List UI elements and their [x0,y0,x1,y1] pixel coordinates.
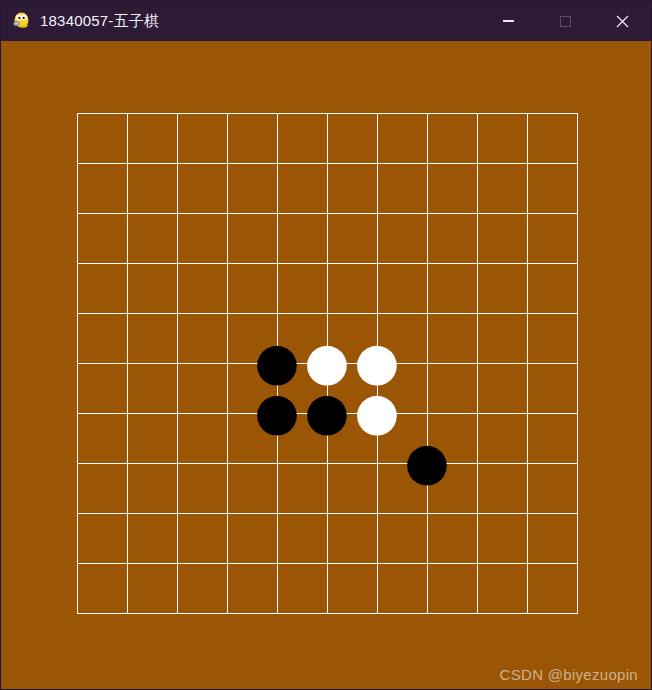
gomoku-board: ●●●●●●● CSDN @biyezuopin [1,41,651,689]
board-cell[interactable] [127,513,177,563]
board-cell[interactable] [177,563,227,613]
board-cell[interactable] [77,163,127,213]
board-cell[interactable] [227,513,277,563]
board-cell[interactable] [177,363,227,413]
board-cell[interactable] [277,363,327,413]
board-grid [77,113,578,614]
board-cell[interactable] [177,113,227,163]
board-cell[interactable] [377,363,427,413]
board-cell[interactable] [177,313,227,363]
board-cell[interactable] [527,313,577,363]
board-cell[interactable] [277,413,327,463]
board-cell[interactable] [527,163,577,213]
app-window: 18340057-五子棋 ●●●●●●● CSDN @biyezuopin [0,0,652,690]
board-cell[interactable] [427,263,477,313]
board-cell[interactable] [227,163,277,213]
board-cell[interactable] [527,213,577,263]
board-cell[interactable] [127,463,177,513]
board-cell[interactable] [527,113,577,163]
board-cell[interactable] [77,563,127,613]
board-cell[interactable] [527,513,577,563]
board-cell[interactable] [477,563,527,613]
board-cell[interactable] [377,113,427,163]
board-cell[interactable] [177,463,227,513]
window-controls [480,1,651,41]
board-cell[interactable] [77,513,127,563]
board-cell[interactable] [127,563,177,613]
board-cell[interactable] [127,113,177,163]
board-cell[interactable] [377,513,427,563]
board-cell[interactable] [427,413,477,463]
board-cell[interactable] [127,313,177,363]
board-cell[interactable] [377,463,427,513]
board-cell[interactable] [277,113,327,163]
maximize-button[interactable] [537,1,594,41]
board-cell[interactable] [477,313,527,363]
board-cell[interactable] [77,463,127,513]
maximize-icon [560,16,571,27]
board-cell[interactable] [77,313,127,363]
board-cell[interactable] [477,163,527,213]
board-cell[interactable] [127,213,177,263]
close-button[interactable] [594,1,651,41]
board-cell[interactable] [377,213,427,263]
board-cell[interactable] [227,313,277,363]
board-cell[interactable] [77,263,127,313]
board-cell[interactable] [527,413,577,463]
board-cell[interactable] [377,313,427,363]
board-cell[interactable] [227,263,277,313]
board-cell[interactable] [77,363,127,413]
board-cell[interactable] [277,213,327,263]
board-cell[interactable] [277,513,327,563]
board-cell[interactable] [377,563,427,613]
board-cell[interactable] [527,263,577,313]
board-cell[interactable] [277,463,327,513]
board-cell[interactable] [127,263,177,313]
board-cell[interactable] [327,213,377,263]
board-cell[interactable] [427,563,477,613]
board-cell[interactable] [427,463,477,513]
board-cell[interactable] [177,163,227,213]
board-cell[interactable] [527,363,577,413]
board-cell[interactable] [327,113,377,163]
board-cell[interactable] [327,313,377,363]
board-cell[interactable] [327,513,377,563]
board-cell[interactable] [427,163,477,213]
board-cell[interactable] [127,413,177,463]
close-icon [616,15,629,28]
board-cell[interactable] [127,163,177,213]
board-cell[interactable] [327,413,377,463]
board-cell[interactable] [177,263,227,313]
minimize-icon [503,20,514,22]
board-cell[interactable] [227,563,277,613]
board-cell[interactable] [377,263,427,313]
board-cell[interactable] [477,213,527,263]
board-cell[interactable] [327,263,377,313]
board-cell[interactable] [477,363,527,413]
board-cell[interactable] [277,313,327,363]
board-cell[interactable] [327,163,377,213]
board-cell[interactable] [127,363,177,413]
board-cell[interactable] [477,513,527,563]
board-cell[interactable] [427,513,477,563]
board-cell[interactable] [377,413,427,463]
board-cell[interactable] [327,363,377,413]
board-cell[interactable] [477,413,527,463]
board-cell[interactable] [327,463,377,513]
board-cell[interactable] [527,463,577,513]
pygame-snake-icon [11,11,31,31]
titlebar[interactable]: 18340057-五子棋 [1,1,651,41]
board-cell[interactable] [527,563,577,613]
board-cell[interactable] [277,263,327,313]
board-cell[interactable] [77,213,127,263]
board-cell[interactable] [277,563,327,613]
board-cell[interactable] [177,513,227,563]
watermark: CSDN @biyezuopin [500,666,638,683]
window-title: 18340057-五子棋 [40,12,159,31]
board-cell[interactable] [477,113,527,163]
board-cell[interactable] [177,213,227,263]
board-cell[interactable] [77,413,127,463]
board-cell[interactable] [427,363,477,413]
board-cell[interactable] [177,413,227,463]
board-cell[interactable] [327,563,377,613]
board-cell[interactable] [477,263,527,313]
board-cell[interactable] [227,463,277,513]
board-cell[interactable] [227,213,277,263]
minimize-button[interactable] [480,1,537,41]
board-cell[interactable] [477,463,527,513]
board-cell[interactable] [227,363,277,413]
board-cell[interactable] [77,113,127,163]
board-cell[interactable] [377,163,427,213]
board-cell[interactable] [427,213,477,263]
board-cell[interactable] [227,113,277,163]
board-cell[interactable] [427,313,477,363]
board-cell[interactable] [427,113,477,163]
board-cell[interactable] [277,163,327,213]
board-cell[interactable] [227,413,277,463]
